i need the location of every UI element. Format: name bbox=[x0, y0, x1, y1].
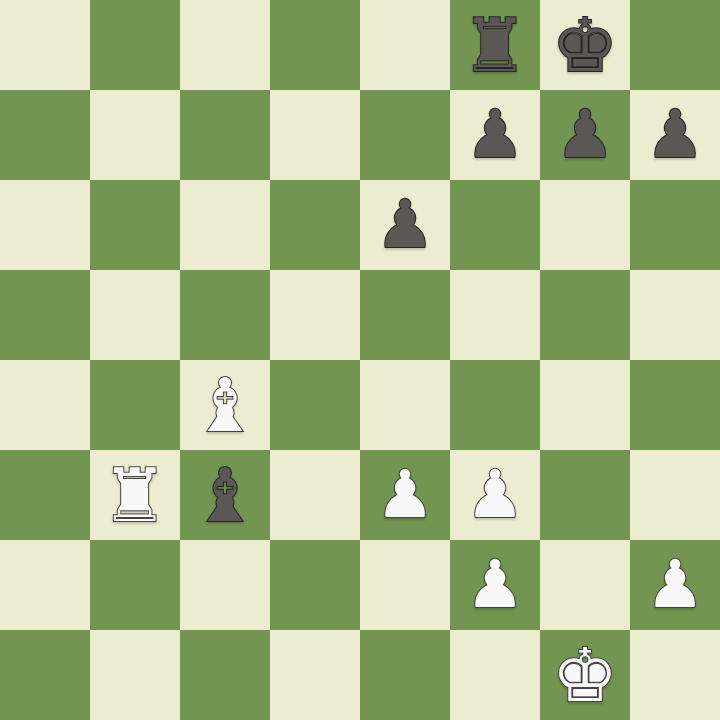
square-a8[interactable] bbox=[0, 0, 90, 90]
black-pawn-e6[interactable]: ♟ bbox=[375, 180, 434, 270]
square-g7[interactable]: ♟ bbox=[540, 90, 630, 180]
square-f4[interactable] bbox=[450, 360, 540, 450]
white-bishop-c4[interactable]: ♝ bbox=[192, 360, 258, 450]
square-d7[interactable] bbox=[270, 90, 360, 180]
square-f3[interactable]: ♟ bbox=[450, 450, 540, 540]
chess-board: ♜♚♟♟♟♟♝♜♝♟♟♟♟♚ bbox=[0, 0, 720, 720]
square-g2[interactable] bbox=[540, 540, 630, 630]
white-rook-b3[interactable]: ♜ bbox=[102, 450, 168, 540]
square-d6[interactable] bbox=[270, 180, 360, 270]
square-g5[interactable] bbox=[540, 270, 630, 360]
square-b6[interactable] bbox=[90, 180, 180, 270]
square-a5[interactable] bbox=[0, 270, 90, 360]
square-h4[interactable] bbox=[630, 360, 720, 450]
square-h2[interactable]: ♟ bbox=[630, 540, 720, 630]
square-e4[interactable] bbox=[360, 360, 450, 450]
square-c7[interactable] bbox=[180, 90, 270, 180]
square-d3[interactable] bbox=[270, 450, 360, 540]
square-e1[interactable] bbox=[360, 630, 450, 720]
square-b1[interactable] bbox=[90, 630, 180, 720]
white-pawn-f2[interactable]: ♟ bbox=[465, 540, 524, 630]
square-h3[interactable] bbox=[630, 450, 720, 540]
square-g6[interactable] bbox=[540, 180, 630, 270]
square-c8[interactable] bbox=[180, 0, 270, 90]
square-c6[interactable] bbox=[180, 180, 270, 270]
square-e7[interactable] bbox=[360, 90, 450, 180]
square-f7[interactable]: ♟ bbox=[450, 90, 540, 180]
square-a1[interactable] bbox=[0, 630, 90, 720]
square-f8[interactable]: ♜ bbox=[450, 0, 540, 90]
square-e6[interactable]: ♟ bbox=[360, 180, 450, 270]
square-b2[interactable] bbox=[90, 540, 180, 630]
square-f2[interactable]: ♟ bbox=[450, 540, 540, 630]
square-a6[interactable] bbox=[0, 180, 90, 270]
square-b8[interactable] bbox=[90, 0, 180, 90]
square-d8[interactable] bbox=[270, 0, 360, 90]
white-pawn-h2[interactable]: ♟ bbox=[645, 540, 704, 630]
square-e8[interactable] bbox=[360, 0, 450, 90]
square-d1[interactable] bbox=[270, 630, 360, 720]
square-h8[interactable] bbox=[630, 0, 720, 90]
black-pawn-f7[interactable]: ♟ bbox=[465, 90, 524, 180]
square-b4[interactable] bbox=[90, 360, 180, 450]
square-b5[interactable] bbox=[90, 270, 180, 360]
square-e5[interactable] bbox=[360, 270, 450, 360]
square-c1[interactable] bbox=[180, 630, 270, 720]
white-king-g1[interactable]: ♚ bbox=[552, 630, 618, 720]
square-e3[interactable]: ♟ bbox=[360, 450, 450, 540]
square-b7[interactable] bbox=[90, 90, 180, 180]
white-pawn-e3[interactable]: ♟ bbox=[375, 450, 434, 540]
black-pawn-g7[interactable]: ♟ bbox=[555, 90, 614, 180]
square-h5[interactable] bbox=[630, 270, 720, 360]
square-f6[interactable] bbox=[450, 180, 540, 270]
square-h1[interactable] bbox=[630, 630, 720, 720]
square-c4[interactable]: ♝ bbox=[180, 360, 270, 450]
square-f1[interactable] bbox=[450, 630, 540, 720]
square-e2[interactable] bbox=[360, 540, 450, 630]
square-g3[interactable] bbox=[540, 450, 630, 540]
square-h7[interactable]: ♟ bbox=[630, 90, 720, 180]
square-c5[interactable] bbox=[180, 270, 270, 360]
black-bishop-c3[interactable]: ♝ bbox=[192, 450, 258, 540]
square-f5[interactable] bbox=[450, 270, 540, 360]
square-b3[interactable]: ♜ bbox=[90, 450, 180, 540]
square-h6[interactable] bbox=[630, 180, 720, 270]
square-c2[interactable] bbox=[180, 540, 270, 630]
black-pawn-h7[interactable]: ♟ bbox=[645, 90, 704, 180]
square-a4[interactable] bbox=[0, 360, 90, 450]
white-pawn-f3[interactable]: ♟ bbox=[465, 450, 524, 540]
black-rook-f8[interactable]: ♜ bbox=[462, 0, 528, 90]
square-g1[interactable]: ♚ bbox=[540, 630, 630, 720]
square-g4[interactable] bbox=[540, 360, 630, 450]
black-king-g8[interactable]: ♚ bbox=[552, 0, 618, 90]
square-a3[interactable] bbox=[0, 450, 90, 540]
square-d5[interactable] bbox=[270, 270, 360, 360]
square-d4[interactable] bbox=[270, 360, 360, 450]
square-c3[interactable]: ♝ bbox=[180, 450, 270, 540]
square-d2[interactable] bbox=[270, 540, 360, 630]
square-a2[interactable] bbox=[0, 540, 90, 630]
square-a7[interactable] bbox=[0, 90, 90, 180]
square-g8[interactable]: ♚ bbox=[540, 0, 630, 90]
